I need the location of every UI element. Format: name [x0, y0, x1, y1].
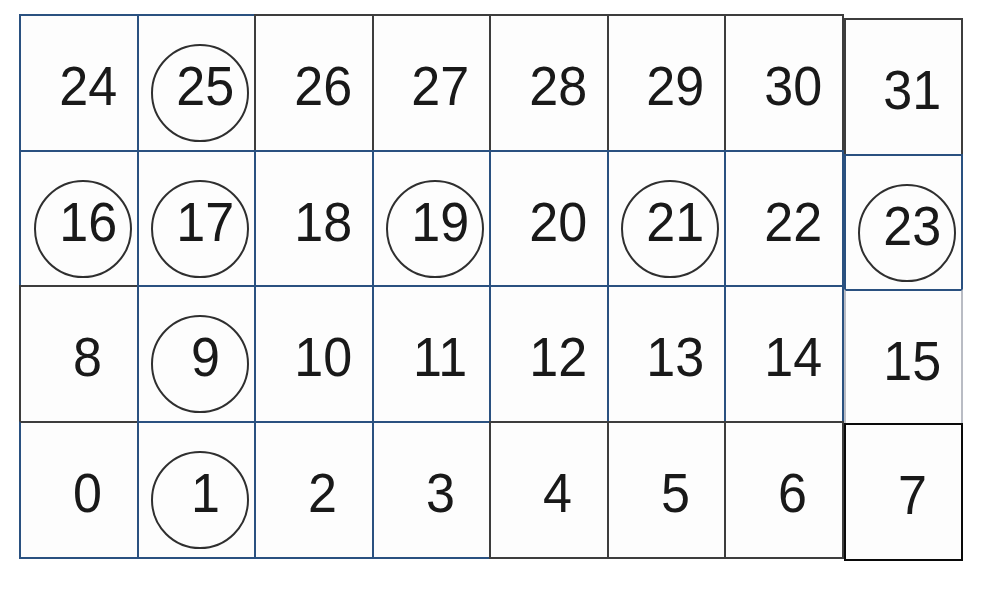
cell-20: 20 — [489, 150, 609, 288]
cell-number: 9 — [191, 329, 220, 385]
cell-number: 27 — [411, 58, 469, 114]
cell-11: 11 — [372, 285, 492, 423]
cell-4: 4 — [489, 421, 609, 559]
cell-number: 25 — [176, 58, 234, 114]
cell-17: 17 — [137, 150, 257, 288]
cell-3: 3 — [372, 421, 492, 559]
number-grid-board: 2425262728293031161718192021222389101112… — [20, 15, 960, 558]
cell-29: 29 — [607, 14, 727, 152]
cell-number: 13 — [646, 329, 704, 385]
cell-number: 22 — [764, 194, 822, 250]
cell-14: 14 — [724, 285, 844, 423]
cell-number: 18 — [294, 194, 352, 250]
cell-number: 15 — [883, 333, 941, 389]
cell-number: 17 — [176, 194, 234, 250]
cell-7: 7 — [844, 423, 964, 561]
cell-22: 22 — [724, 150, 844, 288]
cell-number: 21 — [646, 194, 704, 250]
cell-1: 1 — [137, 421, 257, 559]
cell-9: 9 — [137, 285, 257, 423]
cell-number: 29 — [646, 58, 704, 114]
cell-number: 23 — [883, 198, 941, 254]
cell-12: 12 — [489, 285, 609, 423]
cell-6: 6 — [724, 421, 844, 559]
cell-number: 28 — [529, 58, 587, 114]
cell-number: 3 — [426, 465, 455, 521]
cell-25: 25 — [137, 14, 257, 152]
cell-number: 12 — [529, 329, 587, 385]
cell-number: 2 — [308, 465, 337, 521]
cell-number: 10 — [294, 329, 352, 385]
cell-30: 30 — [724, 14, 844, 152]
cell-number: 24 — [59, 58, 117, 114]
cell-number: 8 — [73, 329, 102, 385]
cell-16: 16 — [19, 150, 139, 288]
cell-10: 10 — [254, 285, 374, 423]
cell-number: 14 — [764, 329, 822, 385]
cell-8: 8 — [19, 285, 139, 423]
cell-18: 18 — [254, 150, 374, 288]
cell-2: 2 — [254, 421, 374, 559]
cell-number: 5 — [661, 465, 690, 521]
cell-23: 23 — [844, 154, 964, 292]
cell-24: 24 — [19, 14, 139, 152]
cell-13: 13 — [607, 285, 727, 423]
cell-31: 31 — [844, 18, 964, 156]
cell-15: 15 — [844, 289, 964, 427]
cell-28: 28 — [489, 14, 609, 152]
cell-21: 21 — [607, 150, 727, 288]
cell-0: 0 — [19, 421, 139, 559]
cell-number: 31 — [883, 62, 941, 118]
cell-19: 19 — [372, 150, 492, 288]
cell-number: 6 — [778, 465, 807, 521]
cell-number: 20 — [529, 194, 587, 250]
cell-number: 0 — [73, 465, 102, 521]
cell-number: 1 — [191, 465, 220, 521]
cell-number: 16 — [59, 194, 117, 250]
cell-number: 19 — [411, 194, 469, 250]
cell-27: 27 — [372, 14, 492, 152]
cell-26: 26 — [254, 14, 374, 152]
cell-5: 5 — [607, 421, 727, 559]
cell-number: 11 — [413, 329, 467, 385]
cell-number: 7 — [898, 467, 927, 523]
cell-number: 4 — [543, 465, 572, 521]
cell-number: 26 — [294, 58, 352, 114]
cell-number: 30 — [764, 58, 822, 114]
